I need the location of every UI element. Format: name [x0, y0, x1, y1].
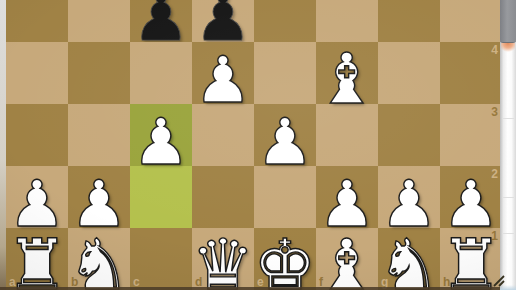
square-d1[interactable]: d♛ — [192, 228, 254, 290]
white-pawn[interactable]: ♟ — [256, 110, 313, 174]
square-g3[interactable] — [378, 104, 440, 166]
square-f4[interactable]: ♝ — [316, 42, 378, 104]
square-b4[interactable] — [68, 42, 130, 104]
white-knight[interactable]: ♞ — [68, 230, 131, 290]
square-e3[interactable]: ♟ — [254, 104, 316, 166]
square-h5[interactable] — [440, 0, 502, 42]
white-king[interactable]: ♚ — [254, 230, 317, 290]
square-a3[interactable] — [6, 104, 68, 166]
scrollbar-separator — [502, 197, 514, 198]
square-f5[interactable] — [316, 0, 378, 42]
square-b2[interactable]: ♟ — [68, 166, 130, 228]
square-e1[interactable]: e♚ — [254, 228, 316, 290]
black-pawn[interactable]: ♟ — [194, 0, 251, 42]
square-e4[interactable] — [254, 42, 316, 104]
square-a5[interactable] — [6, 0, 68, 42]
square-c4[interactable] — [130, 42, 192, 104]
square-f2[interactable]: ♟ — [316, 166, 378, 228]
square-g4[interactable] — [378, 42, 440, 104]
white-bishop[interactable]: ♝ — [316, 44, 379, 114]
scrollbar-accent-glow — [501, 43, 515, 52]
scrollbar-thumb[interactable] — [500, 0, 516, 43]
scrollbar-separator — [502, 118, 514, 119]
square-g5[interactable] — [378, 0, 440, 42]
white-rook[interactable]: ♜ — [6, 230, 69, 290]
square-c1[interactable]: c — [130, 228, 192, 290]
square-g2[interactable]: ♟ — [378, 166, 440, 228]
square-h3[interactable]: 3 — [440, 104, 502, 166]
square-f1[interactable]: f♝ — [316, 228, 378, 290]
white-pawn[interactable]: ♟ — [194, 48, 251, 112]
board-resize-handle[interactable] — [491, 273, 507, 288]
resize-handle-icon — [491, 273, 507, 288]
square-g1[interactable]: g♞ — [378, 228, 440, 290]
white-queen[interactable]: ♛ — [192, 230, 255, 290]
white-bishop[interactable]: ♝ — [316, 230, 379, 290]
chess-board: ♟♟♟♝4♟♟3♟♟♟♟2♟a♜b♞cd♛e♚f♝g♞h1♜ — [6, 0, 502, 290]
black-pawn[interactable]: ♟ — [132, 0, 189, 42]
square-d5[interactable]: ♟ — [192, 0, 254, 42]
square-b1[interactable]: b♞ — [68, 228, 130, 290]
square-e5[interactable] — [254, 0, 316, 42]
square-h4[interactable]: 4 — [440, 42, 502, 104]
square-d2[interactable] — [192, 166, 254, 228]
square-b3[interactable] — [68, 104, 130, 166]
white-pawn[interactable]: ♟ — [132, 110, 189, 174]
square-d4[interactable]: ♟ — [192, 42, 254, 104]
square-a1[interactable]: a♜ — [6, 228, 68, 290]
square-b5[interactable] — [68, 0, 130, 42]
square-a4[interactable] — [6, 42, 68, 104]
scrollbar — [500, 0, 516, 290]
square-a2[interactable]: ♟ — [6, 166, 68, 228]
rank-label-3: 3 — [491, 106, 498, 118]
square-h2[interactable]: 2♟ — [440, 166, 502, 228]
square-c3[interactable]: ♟ — [130, 104, 192, 166]
white-knight[interactable]: ♞ — [378, 230, 441, 290]
square-c5[interactable]: ♟ — [130, 0, 192, 42]
scrollbar-separator — [502, 233, 514, 234]
rank-label-4: 4 — [491, 44, 498, 56]
